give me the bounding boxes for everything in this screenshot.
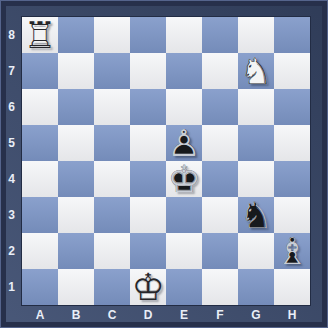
square-d5[interactable] [130,125,166,161]
square-c1[interactable] [94,269,130,305]
square-e2[interactable] [166,233,202,269]
square-b5[interactable] [58,125,94,161]
square-h8[interactable] [274,17,310,53]
square-g8[interactable] [238,17,274,53]
rank-label-7: 7 [1,53,22,89]
square-h5[interactable] [274,125,310,161]
square-c8[interactable] [94,17,130,53]
rank-label-6: 6 [1,89,22,125]
square-d2[interactable] [130,233,166,269]
black-pawn-outline: ♙ [166,125,202,161]
rank-label-8: 8 [1,17,22,53]
file-label-c: C [94,304,130,325]
square-h6[interactable] [274,89,310,125]
black-bishop[interactable]: ♝♗ [274,233,310,269]
square-d3[interactable] [130,197,166,233]
square-c7[interactable] [94,53,130,89]
square-a3[interactable] [22,197,58,233]
file-label-h: H [274,304,310,325]
square-b7[interactable] [58,53,94,89]
square-b4[interactable] [58,161,94,197]
rank-label-1: 1 [1,269,22,305]
square-h3[interactable] [274,197,310,233]
file-labels: ABCDEFGH [22,304,310,325]
white-knight-outline: ♘ [238,53,274,89]
chess-diagram: 87654321 ABCDEFGH ♜♖♞♘♟♙♚♔♞♘♝♗♚♔ [0,0,328,328]
square-b2[interactable] [58,233,94,269]
square-c3[interactable] [94,197,130,233]
square-a8[interactable]: ♜♖ [22,17,58,53]
square-e7[interactable] [166,53,202,89]
white-rook[interactable]: ♜♖ [22,17,58,53]
square-e6[interactable] [166,89,202,125]
square-g7[interactable]: ♞♘ [238,53,274,89]
square-e8[interactable] [166,17,202,53]
black-knight-outline: ♘ [238,197,274,233]
square-h4[interactable] [274,161,310,197]
rank-label-4: 4 [1,161,22,197]
square-a1[interactable] [22,269,58,305]
square-a4[interactable] [22,161,58,197]
square-b3[interactable] [58,197,94,233]
square-e5[interactable]: ♟♙ [166,125,202,161]
square-a5[interactable] [22,125,58,161]
square-d4[interactable] [130,161,166,197]
rank-label-5: 5 [1,125,22,161]
square-g4[interactable] [238,161,274,197]
square-e4[interactable]: ♚♔ [166,161,202,197]
file-label-f: F [202,304,238,325]
square-g1[interactable] [238,269,274,305]
square-f4[interactable] [202,161,238,197]
square-f3[interactable] [202,197,238,233]
square-g5[interactable] [238,125,274,161]
square-h2[interactable]: ♝♗ [274,233,310,269]
white-king[interactable]: ♚♔ [130,269,166,305]
square-g3[interactable]: ♞♘ [238,197,274,233]
rank-label-2: 2 [1,233,22,269]
square-c5[interactable] [94,125,130,161]
square-b6[interactable] [58,89,94,125]
black-king-outline: ♔ [166,161,202,197]
square-d1[interactable]: ♚♔ [130,269,166,305]
square-e1[interactable] [166,269,202,305]
square-h7[interactable] [274,53,310,89]
square-c4[interactable] [94,161,130,197]
square-h1[interactable] [274,269,310,305]
black-king[interactable]: ♚♔ [166,161,202,197]
square-d8[interactable] [130,17,166,53]
square-e3[interactable] [166,197,202,233]
white-king-outline: ♔ [130,269,166,305]
square-d6[interactable] [130,89,166,125]
rank-label-3: 3 [1,197,22,233]
file-label-e: E [166,304,202,325]
square-f1[interactable] [202,269,238,305]
square-g2[interactable] [238,233,274,269]
square-g6[interactable] [238,89,274,125]
square-f7[interactable] [202,53,238,89]
square-a7[interactable] [22,53,58,89]
square-b1[interactable] [58,269,94,305]
square-d7[interactable] [130,53,166,89]
square-a6[interactable] [22,89,58,125]
black-bishop-outline: ♗ [274,233,310,269]
square-f6[interactable] [202,89,238,125]
file-label-b: B [58,304,94,325]
chess-board[interactable]: ♜♖♞♘♟♙♚♔♞♘♝♗♚♔ [22,17,310,305]
white-rook-outline: ♖ [22,17,58,53]
square-f8[interactable] [202,17,238,53]
square-b8[interactable] [58,17,94,53]
file-label-g: G [238,304,274,325]
square-c6[interactable] [94,89,130,125]
square-f5[interactable] [202,125,238,161]
white-knight[interactable]: ♞♘ [238,53,274,89]
square-f2[interactable] [202,233,238,269]
square-c2[interactable] [94,233,130,269]
black-pawn[interactable]: ♟♙ [166,125,202,161]
rank-labels: 87654321 [1,17,22,305]
file-label-a: A [22,304,58,325]
black-knight[interactable]: ♞♘ [238,197,274,233]
square-a2[interactable] [22,233,58,269]
